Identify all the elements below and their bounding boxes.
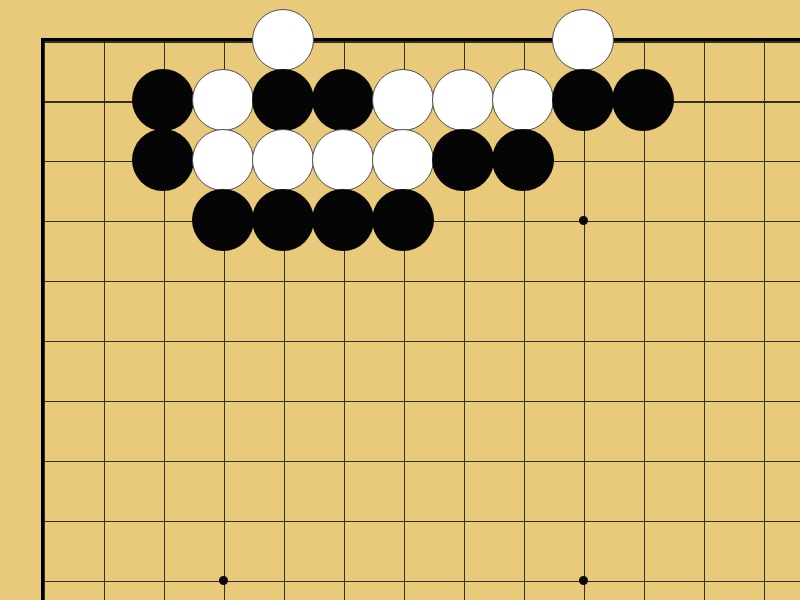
stones-layer (13, 10, 800, 600)
star-point (219, 576, 228, 585)
white-stone (552, 9, 614, 71)
white-stone (192, 69, 254, 131)
go-board[interactable] (0, 0, 800, 600)
star-point (579, 576, 588, 585)
white-stone (252, 129, 314, 191)
black-stone (312, 189, 374, 251)
white-stone (492, 69, 554, 131)
black-stone (372, 189, 434, 251)
white-stone (372, 69, 434, 131)
white-stone (372, 129, 434, 191)
black-stone (552, 69, 614, 131)
black-stone (252, 69, 314, 131)
black-stone (312, 69, 374, 131)
star-point (579, 216, 588, 225)
black-stone (432, 129, 494, 191)
white-stone (312, 129, 374, 191)
white-stone (432, 69, 494, 131)
black-stone (252, 189, 314, 251)
black-stone (192, 189, 254, 251)
white-stone (252, 9, 314, 71)
black-stone (612, 69, 674, 131)
black-stone (132, 69, 194, 131)
black-stone (492, 129, 554, 191)
black-stone (132, 129, 194, 191)
white-stone (192, 129, 254, 191)
